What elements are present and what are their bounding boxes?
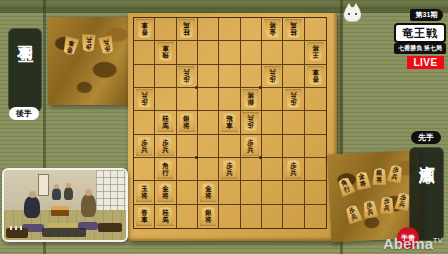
tournament-term: 第31期 xyxy=(410,9,443,21)
ryuo-mascot-icon xyxy=(344,3,361,25)
piece-pawn-sente: 歩兵 xyxy=(343,203,363,225)
square-9b xyxy=(134,41,155,64)
square-6f xyxy=(198,135,219,158)
piece-pawn-gote: 歩兵 xyxy=(264,66,281,86)
player-figure-left xyxy=(24,196,40,218)
square-8i: 桂馬 xyxy=(155,205,176,228)
square-3h xyxy=(262,181,283,204)
broadcast-frame: 香車歩兵歩兵 香車桂馬金将桂馬飛車王将歩兵歩兵香車歩兵銀将歩兵桂馬銀将飛車歩兵歩… xyxy=(0,0,448,254)
square-6a xyxy=(198,18,219,41)
square-9i: 香車 xyxy=(134,205,155,228)
piece-pawn-gote: 歩兵 xyxy=(136,89,153,109)
square-4i xyxy=(241,205,262,228)
square-1f xyxy=(305,135,326,158)
square-1h xyxy=(305,181,326,204)
square-7f xyxy=(177,135,198,158)
square-7g xyxy=(177,158,198,181)
observer-head xyxy=(66,183,71,188)
square-2e xyxy=(283,111,304,134)
piece-silver-sente: 銀将 xyxy=(372,168,387,186)
square-5d xyxy=(219,88,240,111)
player-head xyxy=(85,189,92,196)
star-point xyxy=(195,156,198,159)
sente-player-rank: 八段 xyxy=(418,157,435,159)
room-shogi-board xyxy=(51,206,69,216)
square-1b: 王将 xyxy=(305,41,326,64)
hanging-scroll xyxy=(38,174,49,196)
live-badge: LIVE xyxy=(407,56,444,69)
square-6c xyxy=(198,65,219,88)
square-6e xyxy=(198,111,219,134)
square-1a xyxy=(305,18,326,41)
square-8c xyxy=(155,65,176,88)
square-2d: 歩兵 xyxy=(283,88,304,111)
square-5f xyxy=(219,135,240,158)
square-1g xyxy=(305,158,326,181)
observer-figure xyxy=(64,187,73,200)
piece-silver-gote: 銀将 xyxy=(242,89,259,109)
square-7e: 銀将 xyxy=(177,111,198,134)
mascot-eye xyxy=(355,13,357,15)
square-2b xyxy=(283,41,304,64)
shogi-board: 香車桂馬金将桂馬飛車王将歩兵歩兵香車歩兵銀将歩兵桂馬銀将飛車歩兵歩兵歩兵歩兵角行… xyxy=(128,13,337,241)
piece-pawn-sente: 歩兵 xyxy=(386,164,404,185)
piece-rook-gote: 飛車 xyxy=(157,42,174,62)
square-5h xyxy=(219,181,240,204)
piece-lance-gote: 香車 xyxy=(136,19,153,39)
piece-knight-sente: 桂馬 xyxy=(157,206,174,226)
logo-text: Abema xyxy=(383,235,433,252)
square-8b: 飛車 xyxy=(155,41,176,64)
square-9h: 玉将 xyxy=(134,181,155,204)
square-6g xyxy=(198,158,219,181)
square-3a: 金将 xyxy=(262,18,283,41)
logo-sup: TV xyxy=(433,237,443,244)
square-3d xyxy=(262,88,283,111)
square-4c xyxy=(241,65,262,88)
square-4a xyxy=(241,18,262,41)
square-9f: 歩兵 xyxy=(134,135,155,158)
square-7i xyxy=(177,205,198,228)
square-7b xyxy=(177,41,198,64)
piece-silver-sente: 銀将 xyxy=(200,206,217,226)
mascot-eye xyxy=(348,13,350,15)
video-caption-bar xyxy=(42,228,86,237)
square-5g: 歩兵 xyxy=(219,158,240,181)
square-6i: 銀将 xyxy=(198,205,219,228)
square-8g: 角行 xyxy=(155,158,176,181)
square-3e xyxy=(262,111,283,134)
piece-lance-gote: 香車 xyxy=(61,35,80,56)
playing-room-video-thumbnail xyxy=(2,168,128,242)
piece-pawn-sente: 歩兵 xyxy=(242,136,259,156)
square-2a: 桂馬 xyxy=(283,18,304,41)
square-7c: 歩兵 xyxy=(177,65,198,88)
square-8e: 桂馬 xyxy=(155,111,176,134)
square-9c xyxy=(134,65,155,88)
sente-player-panel: 広瀬 八段 xyxy=(409,147,444,241)
side-table xyxy=(98,223,122,232)
player-head xyxy=(29,191,36,198)
square-4f: 歩兵 xyxy=(241,135,262,158)
piece-bishop-sente: 角行 xyxy=(336,175,357,197)
square-3i xyxy=(262,205,283,228)
piece-pawn-gote: 歩兵 xyxy=(285,89,302,109)
square-6h: 金将 xyxy=(198,181,219,204)
square-1i xyxy=(305,205,326,228)
piece-lance-gote: 香車 xyxy=(307,66,324,86)
gote-player-name: 羽生 xyxy=(15,33,36,35)
square-9d: 歩兵 xyxy=(134,88,155,111)
mascot-face xyxy=(344,7,361,22)
tournament-title: 竜王戦 xyxy=(394,23,446,43)
sente-side-badge: 先手 xyxy=(411,131,441,144)
observer-head xyxy=(54,184,59,189)
piece-knight-gote: 桂馬 xyxy=(178,19,195,39)
square-8a xyxy=(155,18,176,41)
piece-gold-sente: 金将 xyxy=(354,170,372,191)
piece-pawn-gote: 歩兵 xyxy=(242,112,259,132)
star-point xyxy=(195,86,198,89)
square-2i xyxy=(283,205,304,228)
square-9g xyxy=(134,158,155,181)
piece-king-gote: 王将 xyxy=(307,42,324,62)
square-2f xyxy=(283,135,304,158)
square-3b xyxy=(262,41,283,64)
piece-pawn-sente: 歩兵 xyxy=(221,159,238,179)
gote-piece-stand: 香車歩兵歩兵 xyxy=(48,17,129,105)
tea-cups xyxy=(10,226,22,230)
square-2c xyxy=(283,65,304,88)
square-7h xyxy=(177,181,198,204)
square-9e xyxy=(134,111,155,134)
square-4d: 銀将 xyxy=(241,88,262,111)
player-figure-right xyxy=(81,194,96,217)
piece-king-sente: 玉将 xyxy=(136,182,153,202)
square-8f: 歩兵 xyxy=(155,135,176,158)
star-point xyxy=(259,156,262,159)
piece-knight-gote: 桂馬 xyxy=(285,19,302,39)
record-desk xyxy=(48,223,78,227)
gote-player-panel: 羽生 竜王 xyxy=(8,28,42,112)
abema-tv-logo: AbemaTV xyxy=(383,235,443,252)
observer-figure xyxy=(52,188,61,200)
square-4b xyxy=(241,41,262,64)
piece-pawn-sente: 歩兵 xyxy=(361,199,379,219)
square-5a xyxy=(219,18,240,41)
piece-bishop-sente: 角行 xyxy=(157,159,174,179)
piece-silver-sente: 銀将 xyxy=(178,112,195,132)
square-2h xyxy=(283,181,304,204)
square-7a: 桂馬 xyxy=(177,18,198,41)
square-6d xyxy=(198,88,219,111)
square-5b xyxy=(219,41,240,64)
square-1e xyxy=(305,111,326,134)
piece-pawn-gote: 歩兵 xyxy=(178,66,195,86)
board-grid: 香車桂馬金将桂馬飛車王将歩兵歩兵香車歩兵銀将歩兵桂馬銀将飛車歩兵歩兵歩兵歩兵角行… xyxy=(133,17,327,229)
piece-pawn-gote: 歩兵 xyxy=(97,35,115,56)
square-5i xyxy=(219,205,240,228)
piece-gold-gote: 金将 xyxy=(264,19,281,39)
piece-lance-sente: 香車 xyxy=(136,206,153,226)
piece-pawn-sente: 歩兵 xyxy=(379,196,394,214)
square-9a: 香車 xyxy=(134,18,155,41)
square-2g: 歩兵 xyxy=(283,158,304,181)
piece-rook-sente: 飛車 xyxy=(221,112,238,132)
sente-player-name: 広瀬 xyxy=(416,152,437,154)
tournament-series: 七番勝負 第七局 xyxy=(394,43,446,54)
piece-gold-sente: 金将 xyxy=(200,182,217,202)
star-point xyxy=(259,86,262,89)
square-1c: 香車 xyxy=(305,65,326,88)
shoji-screen xyxy=(96,170,126,214)
square-3g xyxy=(262,158,283,181)
square-3f xyxy=(262,135,283,158)
square-6b xyxy=(198,41,219,64)
square-5e: 飛車 xyxy=(219,111,240,134)
piece-pawn-sente: 歩兵 xyxy=(136,136,153,156)
square-8d xyxy=(155,88,176,111)
square-4h xyxy=(241,181,262,204)
piece-pawn-sente: 歩兵 xyxy=(285,159,302,179)
square-7d xyxy=(177,88,198,111)
square-1d xyxy=(305,88,326,111)
square-3c: 歩兵 xyxy=(262,65,283,88)
square-5c xyxy=(219,65,240,88)
piece-pawn-sente: 歩兵 xyxy=(157,136,174,156)
square-4g xyxy=(241,158,262,181)
gote-side-badge: 後手 xyxy=(9,107,39,120)
piece-gold-sente: 金将 xyxy=(157,182,174,202)
piece-pawn-gote: 歩兵 xyxy=(81,34,97,53)
gote-player-rank: 竜王 xyxy=(18,38,33,40)
piece-knight-sente: 桂馬 xyxy=(157,112,174,132)
square-8h: 金将 xyxy=(155,181,176,204)
square-4e: 歩兵 xyxy=(241,111,262,134)
